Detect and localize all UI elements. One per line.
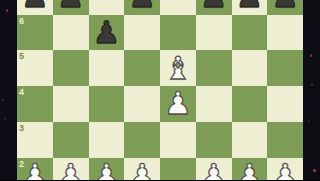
star-particle xyxy=(311,84,313,86)
square-b7[interactable]: ♟ xyxy=(53,0,89,15)
white-pawn[interactable]: ♟ xyxy=(267,158,303,181)
square-e6[interactable] xyxy=(160,15,196,51)
square-a3[interactable]: 3 xyxy=(17,122,53,158)
square-g4[interactable] xyxy=(232,86,268,122)
square-f3[interactable] xyxy=(196,122,232,158)
rank-label-6: 6 xyxy=(19,16,24,26)
square-e3[interactable] xyxy=(160,122,196,158)
white-pawn[interactable]: ♟ xyxy=(17,158,53,181)
square-b3[interactable] xyxy=(53,122,89,158)
video-frame: ♟♟♟♟♟♟6♟5♝4♟32♟♟♟♟♟♟♟ xyxy=(0,0,320,180)
black-pawn[interactable]: ♟ xyxy=(232,0,268,15)
square-a2[interactable]: 2♟ xyxy=(17,158,53,181)
square-c6[interactable]: ♟ xyxy=(89,15,125,51)
black-pawn[interactable]: ♟ xyxy=(196,0,232,15)
white-pawn[interactable]: ♟ xyxy=(160,86,196,122)
rank-label-3: 3 xyxy=(19,123,24,133)
square-d3[interactable] xyxy=(124,122,160,158)
square-d6[interactable] xyxy=(124,15,160,51)
square-a6[interactable]: 6 xyxy=(17,15,53,51)
star-particle xyxy=(6,9,8,12)
square-e7[interactable] xyxy=(160,0,196,15)
black-pawn[interactable]: ♟ xyxy=(17,0,53,15)
square-f4[interactable] xyxy=(196,86,232,122)
white-pawn[interactable]: ♟ xyxy=(89,158,125,181)
square-c5[interactable] xyxy=(89,50,125,86)
square-f6[interactable] xyxy=(196,15,232,51)
star-particle xyxy=(313,169,316,172)
square-b6[interactable] xyxy=(53,15,89,51)
square-f2[interactable]: ♟ xyxy=(196,158,232,181)
square-c2[interactable]: ♟ xyxy=(89,158,125,181)
square-e2[interactable] xyxy=(160,158,196,181)
star-particle xyxy=(4,118,6,120)
square-h5[interactable] xyxy=(267,50,303,86)
square-g7[interactable]: ♟ xyxy=(232,0,268,15)
rank-label-4: 4 xyxy=(19,87,24,97)
square-h7[interactable]: ♟ xyxy=(267,0,303,15)
square-d7[interactable]: ♟ xyxy=(124,0,160,15)
black-pawn[interactable]: ♟ xyxy=(267,0,303,15)
black-pawn[interactable]: ♟ xyxy=(124,0,160,15)
square-h3[interactable] xyxy=(267,122,303,158)
square-f5[interactable] xyxy=(196,50,232,86)
square-g3[interactable] xyxy=(232,122,268,158)
square-h2[interactable]: ♟ xyxy=(267,158,303,181)
white-pawn[interactable]: ♟ xyxy=(124,158,160,181)
white-pawn[interactable]: ♟ xyxy=(196,158,232,181)
square-c4[interactable] xyxy=(89,86,125,122)
square-f7[interactable]: ♟ xyxy=(196,0,232,15)
rank-label-5: 5 xyxy=(19,51,24,61)
square-b5[interactable] xyxy=(53,50,89,86)
black-pawn[interactable]: ♟ xyxy=(53,0,89,15)
star-particle xyxy=(2,99,4,101)
square-e5[interactable]: ♝ xyxy=(160,50,196,86)
square-d4[interactable] xyxy=(124,86,160,122)
square-b2[interactable]: ♟ xyxy=(53,158,89,181)
black-pawn[interactable]: ♟ xyxy=(89,15,125,51)
square-e4[interactable]: ♟ xyxy=(160,86,196,122)
star-particle xyxy=(310,54,312,57)
square-c7[interactable] xyxy=(89,0,125,15)
square-d5[interactable] xyxy=(124,50,160,86)
chess-board[interactable]: ♟♟♟♟♟♟6♟5♝4♟32♟♟♟♟♟♟♟ xyxy=(17,0,303,180)
square-a4[interactable]: 4 xyxy=(17,86,53,122)
square-g2[interactable]: ♟ xyxy=(232,158,268,181)
star-particle xyxy=(308,120,310,122)
square-b4[interactable] xyxy=(53,86,89,122)
square-a5[interactable]: 5 xyxy=(17,50,53,86)
square-a7[interactable]: ♟ xyxy=(17,0,53,15)
square-h4[interactable] xyxy=(267,86,303,122)
square-g5[interactable] xyxy=(232,50,268,86)
square-d2[interactable]: ♟ xyxy=(124,158,160,181)
white-pawn[interactable]: ♟ xyxy=(53,158,89,181)
square-c3[interactable] xyxy=(89,122,125,158)
square-h6[interactable] xyxy=(267,15,303,51)
white-pawn[interactable]: ♟ xyxy=(232,158,268,181)
white-bishop[interactable]: ♝ xyxy=(160,50,196,86)
square-g6[interactable] xyxy=(232,15,268,51)
